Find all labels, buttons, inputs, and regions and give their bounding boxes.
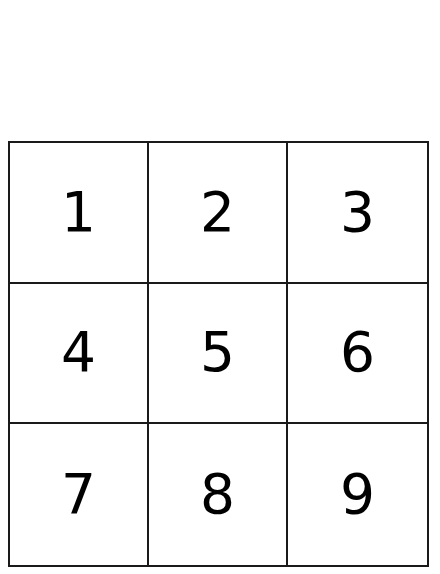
cell-r2c3[interactable]: 6: [288, 284, 427, 425]
cell-r1c2[interactable]: 2: [149, 143, 288, 284]
number-grid: 1 2 3 4 5 6 7 8 9: [8, 141, 429, 567]
screen: 1 2 3 4 5 6 7 8 9: [0, 0, 440, 574]
cell-r2c2[interactable]: 5: [149, 284, 288, 425]
cell-r1c3[interactable]: 3: [288, 143, 427, 284]
cell-r1c1[interactable]: 1: [10, 143, 149, 284]
cell-r2c1[interactable]: 4: [10, 284, 149, 425]
cell-r3c1[interactable]: 7: [10, 424, 149, 565]
cell-r3c2[interactable]: 8: [149, 424, 288, 565]
cell-r3c3[interactable]: 9: [288, 424, 427, 565]
